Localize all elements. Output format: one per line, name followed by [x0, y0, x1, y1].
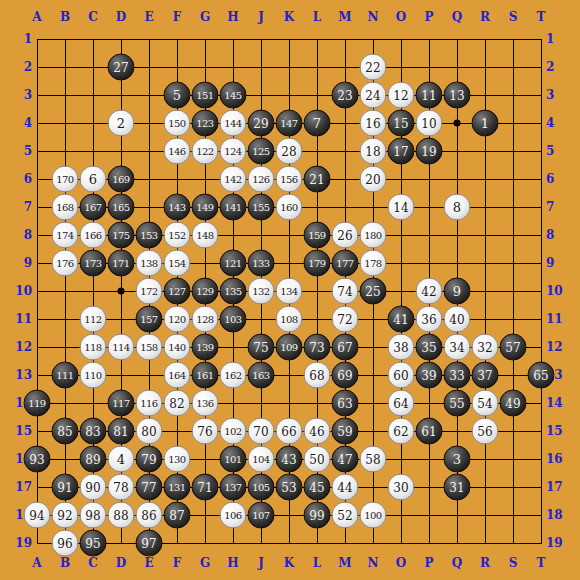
stone-black-169-D6: 169 — [108, 166, 135, 193]
stone-black-91-B17: 91 — [52, 474, 79, 501]
stone-white-70-J15: 70 — [248, 418, 275, 445]
stone-black-175-D8: 175 — [108, 222, 135, 249]
star-point-D10 — [118, 288, 125, 295]
stone-white-88-D18: 88 — [108, 502, 135, 529]
stone-black-105-J17: 105 — [248, 474, 275, 501]
stone-white-60-O13: 60 — [388, 362, 415, 389]
stone-white-14-O7: 14 — [388, 194, 415, 221]
stone-black-59-M15: 59 — [332, 418, 359, 445]
column-label-bottom-F: F — [164, 556, 190, 570]
stone-black-141-H7: 141 — [220, 194, 247, 221]
stone-black-151-G3: 151 — [192, 82, 219, 109]
stone-black-109-K12: 109 — [276, 334, 303, 361]
row-label-left-5: 5 — [8, 144, 32, 158]
stone-white-138-E9: 138 — [136, 250, 163, 277]
column-label-bottom-A: A — [24, 556, 50, 570]
column-label-top-P: P — [416, 10, 442, 24]
stone-white-160-K7: 160 — [276, 194, 303, 221]
stone-black-67-M12: 67 — [332, 334, 359, 361]
stone-black-43-K16: 43 — [276, 446, 303, 473]
column-label-bottom-H: H — [220, 556, 246, 570]
stone-black-83-C15: 83 — [80, 418, 107, 445]
stone-black-101-H16: 101 — [220, 446, 247, 473]
column-label-bottom-B: B — [52, 556, 78, 570]
column-label-bottom-J: J — [248, 556, 274, 570]
stone-white-122-G5: 122 — [192, 138, 219, 165]
stone-white-172-E10: 172 — [136, 278, 163, 305]
column-label-bottom-O: O — [388, 556, 414, 570]
stone-white-78-D17: 78 — [108, 474, 135, 501]
stone-black-1-R4: 1 — [472, 110, 499, 137]
column-label-top-L: L — [304, 10, 330, 24]
row-label-left-4: 4 — [8, 116, 32, 130]
row-label-left-11: 11 — [8, 312, 32, 326]
stone-black-171-D9: 171 — [108, 250, 135, 277]
column-label-top-E: E — [136, 10, 162, 24]
column-label-top-O: O — [388, 10, 414, 24]
stone-black-103-H11: 103 — [220, 306, 247, 333]
row-label-right-2: 2 — [546, 60, 572, 74]
stone-white-174-B8: 174 — [52, 222, 79, 249]
stone-white-132-J10: 132 — [248, 278, 275, 305]
stone-black-179-L9: 179 — [304, 250, 331, 277]
stone-black-89-C16: 89 — [80, 446, 107, 473]
stone-white-114-D12: 114 — [108, 334, 135, 361]
stone-white-64-O14: 64 — [388, 390, 415, 417]
stone-black-19-P5: 19 — [416, 138, 443, 165]
stone-white-112-C11: 112 — [80, 306, 107, 333]
stone-white-12-O3: 12 — [388, 82, 415, 109]
stone-black-143-F7: 143 — [164, 194, 191, 221]
column-label-bottom-E: E — [136, 556, 162, 570]
stone-black-149-G7: 149 — [192, 194, 219, 221]
stone-white-116-E14: 116 — [136, 390, 163, 417]
stone-white-168-B7: 168 — [52, 194, 79, 221]
row-label-right-16: 16 — [546, 452, 572, 466]
row-label-left-15: 15 — [8, 424, 32, 438]
stone-white-164-F13: 164 — [164, 362, 191, 389]
column-label-top-D: D — [108, 10, 134, 24]
stone-black-129-G10: 129 — [192, 278, 219, 305]
stone-black-119-A14: 119 — [24, 390, 51, 417]
star-point-Q4 — [454, 120, 461, 127]
column-label-top-C: C — [80, 10, 106, 24]
stone-white-24-N3: 24 — [360, 82, 387, 109]
stone-white-10-P4: 10 — [416, 110, 443, 137]
stone-white-52-M18: 52 — [332, 502, 359, 529]
stone-white-22-N2: 22 — [360, 54, 387, 81]
stone-white-34-Q12: 34 — [444, 334, 471, 361]
stone-white-80-E15: 80 — [136, 418, 163, 445]
stone-white-136-G14: 136 — [192, 390, 219, 417]
stone-white-158-E12: 158 — [136, 334, 163, 361]
column-label-top-H: H — [220, 10, 246, 24]
stone-white-74-M10: 74 — [332, 278, 359, 305]
stone-black-7-L4: 7 — [304, 110, 331, 137]
column-label-top-N: N — [360, 10, 386, 24]
stone-black-11-P3: 11 — [416, 82, 443, 109]
stone-white-124-H5: 124 — [220, 138, 247, 165]
stone-white-68-L13: 68 — [304, 362, 331, 389]
stone-white-76-G15: 76 — [192, 418, 219, 445]
stone-black-3-Q16: 3 — [444, 446, 471, 473]
row-label-left-13: 13 — [8, 368, 32, 382]
row-label-left-2: 2 — [8, 60, 32, 74]
row-label-left-8: 8 — [8, 228, 32, 242]
row-label-right-17: 17 — [546, 480, 572, 494]
column-label-bottom-K: K — [276, 556, 302, 570]
row-label-left-19: 19 — [8, 536, 32, 550]
row-label-left-1: 1 — [8, 32, 32, 46]
stone-black-5-F3: 5 — [164, 82, 191, 109]
stone-black-47-M16: 47 — [332, 446, 359, 473]
stone-white-38-O12: 38 — [388, 334, 415, 361]
stone-black-117-D14: 117 — [108, 390, 135, 417]
stone-black-25-N10: 25 — [360, 278, 387, 305]
row-label-right-15: 15 — [546, 424, 572, 438]
stone-white-120-F11: 120 — [164, 306, 191, 333]
stone-white-152-F8: 152 — [164, 222, 191, 249]
stone-white-180-N8: 180 — [360, 222, 387, 249]
column-label-bottom-N: N — [360, 556, 386, 570]
stone-black-15-O4: 15 — [388, 110, 415, 137]
stone-black-41-O11: 41 — [388, 306, 415, 333]
stone-white-54-R14: 54 — [472, 390, 499, 417]
column-label-top-T: T — [528, 10, 554, 24]
stone-black-93-A16: 93 — [24, 446, 51, 473]
stone-white-8-Q7: 8 — [444, 194, 471, 221]
stone-white-104-J16: 104 — [248, 446, 275, 473]
row-label-right-8: 8 — [546, 228, 572, 242]
stone-black-167-C7: 167 — [80, 194, 107, 221]
column-label-top-K: K — [276, 10, 302, 24]
column-label-top-M: M — [332, 10, 358, 24]
stone-black-77-E17: 77 — [136, 474, 163, 501]
stone-black-153-E8: 153 — [136, 222, 163, 249]
stone-white-58-N16: 58 — [360, 446, 387, 473]
row-label-right-11: 11 — [546, 312, 572, 326]
stone-black-27-D2: 27 — [108, 54, 135, 81]
stone-black-177-M9: 177 — [332, 250, 359, 277]
stone-white-94-A18: 94 — [24, 502, 51, 529]
stone-black-49-S14: 49 — [500, 390, 527, 417]
stone-black-87-F18: 87 — [164, 502, 191, 529]
stone-white-6-C6: 6 — [80, 166, 107, 193]
stone-white-98-C18: 98 — [80, 502, 107, 529]
stone-white-36-P11: 36 — [416, 306, 443, 333]
stone-black-165-D7: 165 — [108, 194, 135, 221]
stone-black-173-C9: 173 — [80, 250, 107, 277]
stone-white-170-B6: 170 — [52, 166, 79, 193]
go-game-record-diagram: AABBCCDDEEFFGGHHJJKKLLMMNNOOPPQQRRSSTT11… — [0, 0, 580, 580]
column-label-bottom-Q: Q — [444, 556, 470, 570]
stone-white-86-E18: 86 — [136, 502, 163, 529]
stone-white-128-G11: 128 — [192, 306, 219, 333]
row-label-right-19: 19 — [546, 536, 572, 550]
column-label-top-J: J — [248, 10, 274, 24]
stone-white-72-M11: 72 — [332, 306, 359, 333]
stone-black-111-B13: 111 — [52, 362, 79, 389]
stone-black-65-T13: 65 — [528, 362, 555, 389]
stone-white-106-H18: 106 — [220, 502, 247, 529]
stone-black-95-C19: 95 — [80, 530, 107, 557]
stone-white-110-C13: 110 — [80, 362, 107, 389]
stone-black-31-Q17: 31 — [444, 474, 471, 501]
row-label-right-10: 10 — [546, 284, 572, 298]
row-label-right-4: 4 — [546, 116, 572, 130]
stone-white-82-F14: 82 — [164, 390, 191, 417]
stone-white-118-C12: 118 — [80, 334, 107, 361]
stone-white-30-O17: 30 — [388, 474, 415, 501]
stone-white-134-K10: 134 — [276, 278, 303, 305]
row-label-left-7: 7 — [8, 200, 32, 214]
stone-white-142-H6: 142 — [220, 166, 247, 193]
stone-black-161-G13: 161 — [192, 362, 219, 389]
stone-white-16-N4: 16 — [360, 110, 387, 137]
stone-white-156-K6: 156 — [276, 166, 303, 193]
stone-black-147-K4: 147 — [276, 110, 303, 137]
stone-black-29-J4: 29 — [248, 110, 275, 137]
stone-black-9-Q10: 9 — [444, 278, 471, 305]
stone-black-71-G17: 71 — [192, 474, 219, 501]
column-label-bottom-P: P — [416, 556, 442, 570]
stone-white-92-B18: 92 — [52, 502, 79, 529]
stone-black-53-K17: 53 — [276, 474, 303, 501]
stone-black-99-L18: 99 — [304, 502, 331, 529]
stone-black-69-M13: 69 — [332, 362, 359, 389]
stone-black-39-P13: 39 — [416, 362, 443, 389]
stone-white-62-O15: 62 — [388, 418, 415, 445]
stone-black-145-H3: 145 — [220, 82, 247, 109]
column-label-top-Q: Q — [444, 10, 470, 24]
row-label-left-10: 10 — [8, 284, 32, 298]
stone-black-123-G4: 123 — [192, 110, 219, 137]
column-label-bottom-D: D — [108, 556, 134, 570]
stone-white-18-N5: 18 — [360, 138, 387, 165]
stone-black-57-S12: 57 — [500, 334, 527, 361]
stone-black-63-M14: 63 — [332, 390, 359, 417]
stone-black-133-J9: 133 — [248, 250, 275, 277]
column-label-bottom-R: R — [472, 556, 498, 570]
stone-black-61-P15: 61 — [416, 418, 443, 445]
column-label-bottom-L: L — [304, 556, 330, 570]
row-label-left-9: 9 — [8, 256, 32, 270]
stone-white-26-M8: 26 — [332, 222, 359, 249]
stone-black-97-E19: 97 — [136, 530, 163, 557]
stone-white-32-R12: 32 — [472, 334, 499, 361]
stone-black-23-M3: 23 — [332, 82, 359, 109]
stone-white-100-N18: 100 — [360, 502, 387, 529]
stone-black-131-F17: 131 — [164, 474, 191, 501]
column-label-bottom-T: T — [528, 556, 554, 570]
stone-black-107-J18: 107 — [248, 502, 275, 529]
row-label-right-14: 14 — [546, 396, 572, 410]
stone-black-135-H10: 135 — [220, 278, 247, 305]
stone-black-75-J12: 75 — [248, 334, 275, 361]
row-label-right-9: 9 — [546, 256, 572, 270]
stone-white-176-B9: 176 — [52, 250, 79, 277]
column-label-bottom-M: M — [332, 556, 358, 570]
stone-white-166-C8: 166 — [80, 222, 107, 249]
row-label-right-3: 3 — [546, 88, 572, 102]
column-label-bottom-S: S — [500, 556, 526, 570]
stone-white-144-H4: 144 — [220, 110, 247, 137]
stone-black-79-E16: 79 — [136, 446, 163, 473]
stone-black-85-B15: 85 — [52, 418, 79, 445]
stone-white-42-P10: 42 — [416, 278, 443, 305]
stone-black-37-R13: 37 — [472, 362, 499, 389]
stone-white-2-D4: 2 — [108, 110, 135, 137]
column-label-top-B: B — [52, 10, 78, 24]
stone-black-159-L8: 159 — [304, 222, 331, 249]
stone-white-150-F4: 150 — [164, 110, 191, 137]
stone-black-137-H17: 137 — [220, 474, 247, 501]
column-label-bottom-G: G — [192, 556, 218, 570]
row-label-right-18: 18 — [546, 508, 572, 522]
stone-white-108-K11: 108 — [276, 306, 303, 333]
stone-black-125-J5: 125 — [248, 138, 275, 165]
stone-white-40-Q11: 40 — [444, 306, 471, 333]
stone-black-121-H9: 121 — [220, 250, 247, 277]
row-label-right-7: 7 — [546, 200, 572, 214]
stone-white-96-B19: 96 — [52, 530, 79, 557]
stone-black-163-J13: 163 — [248, 362, 275, 389]
row-label-left-17: 17 — [8, 480, 32, 494]
column-label-top-A: A — [24, 10, 50, 24]
row-label-right-1: 1 — [546, 32, 572, 46]
row-label-right-12: 12 — [546, 340, 572, 354]
row-label-right-5: 5 — [546, 144, 572, 158]
stone-black-21-L6: 21 — [304, 166, 331, 193]
stone-black-139-G12: 139 — [192, 334, 219, 361]
stone-white-146-F5: 146 — [164, 138, 191, 165]
column-label-top-G: G — [192, 10, 218, 24]
stone-white-28-K5: 28 — [276, 138, 303, 165]
stone-white-90-C17: 90 — [80, 474, 107, 501]
row-label-right-6: 6 — [546, 172, 572, 186]
stone-white-20-N6: 20 — [360, 166, 387, 193]
stone-white-102-H15: 102 — [220, 418, 247, 445]
column-label-bottom-C: C — [80, 556, 106, 570]
stone-black-127-F10: 127 — [164, 278, 191, 305]
column-label-top-F: F — [164, 10, 190, 24]
stone-white-178-N9: 178 — [360, 250, 387, 277]
stone-white-162-H13: 162 — [220, 362, 247, 389]
stone-black-157-E11: 157 — [136, 306, 163, 333]
stone-black-17-O5: 17 — [388, 138, 415, 165]
stone-white-4-D16: 4 — [108, 446, 135, 473]
stone-white-50-L16: 50 — [304, 446, 331, 473]
stone-white-44-M17: 44 — [332, 474, 359, 501]
column-label-top-R: R — [472, 10, 498, 24]
stone-black-35-P12: 35 — [416, 334, 443, 361]
column-label-top-S: S — [500, 10, 526, 24]
stone-white-66-K15: 66 — [276, 418, 303, 445]
stone-black-73-L12: 73 — [304, 334, 331, 361]
stone-white-148-G8: 148 — [192, 222, 219, 249]
stone-black-81-D15: 81 — [108, 418, 135, 445]
stone-black-155-J7: 155 — [248, 194, 275, 221]
stone-white-130-F16: 130 — [164, 446, 191, 473]
stone-white-140-F12: 140 — [164, 334, 191, 361]
row-label-left-6: 6 — [8, 172, 32, 186]
stone-white-154-F9: 154 — [164, 250, 191, 277]
row-label-left-12: 12 — [8, 340, 32, 354]
stone-black-55-Q14: 55 — [444, 390, 471, 417]
stone-black-33-Q13: 33 — [444, 362, 471, 389]
stone-white-46-L15: 46 — [304, 418, 331, 445]
stone-black-13-Q3: 13 — [444, 82, 471, 109]
stone-black-45-L17: 45 — [304, 474, 331, 501]
stone-white-126-J6: 126 — [248, 166, 275, 193]
row-label-left-3: 3 — [8, 88, 32, 102]
stone-white-56-R15: 56 — [472, 418, 499, 445]
